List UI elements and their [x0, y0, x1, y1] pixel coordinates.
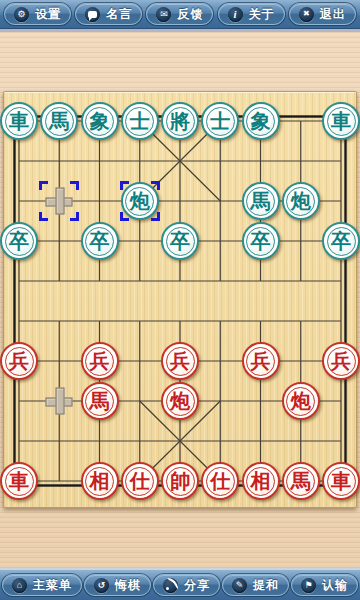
piece-black-soldier[interactable]: 卒: [0, 222, 38, 260]
piece-red-soldier[interactable]: 兵: [322, 342, 360, 380]
settings-label: 设置: [35, 6, 61, 23]
close-icon: ✖: [299, 7, 314, 22]
piece-black-general[interactable]: 將: [161, 102, 199, 140]
xiangqi-board[interactable]: 車馬象士將士象車炮馬炮卒卒卒卒卒兵兵兵兵兵馬炮炮車相仕帥仕相馬車: [3, 91, 357, 508]
about-label: 关于: [249, 6, 275, 23]
undo-icon: ↺: [94, 578, 109, 593]
main-menu-label: 主菜单: [33, 577, 72, 594]
piece-black-advisor[interactable]: 士: [121, 102, 159, 140]
piece-black-elephant[interactable]: 象: [81, 102, 119, 140]
board-grid: [4, 92, 358, 509]
exit-button[interactable]: ✖ 退出: [289, 3, 356, 25]
piece-red-soldier[interactable]: 兵: [242, 342, 280, 380]
top-toolbar: ⚙ 设置 名言 ✉ 反馈 i 关于 ✖ 退出: [0, 0, 360, 29]
feedback-button[interactable]: ✉ 反馈: [146, 3, 213, 25]
pencil-icon: ✎: [232, 578, 247, 593]
piece-red-elephant[interactable]: 相: [81, 462, 119, 500]
bottom-toolbar: ⌂ 主菜单 ↺ 悔棋 分享 ✎ 提和 ⚑ 认输: [0, 568, 360, 600]
piece-black-chariot[interactable]: 車: [322, 102, 360, 140]
table-background: 車馬象士將士象車炮馬炮卒卒卒卒卒兵兵兵兵兵馬炮炮車相仕帥仕相馬車: [0, 32, 360, 568]
piece-black-soldier[interactable]: 卒: [242, 222, 280, 260]
feedback-label: 反馈: [177, 6, 203, 23]
piece-black-advisor[interactable]: 士: [201, 102, 239, 140]
piece-black-soldier[interactable]: 卒: [81, 222, 119, 260]
piece-red-soldier[interactable]: 兵: [161, 342, 199, 380]
piece-black-cannon[interactable]: 炮: [121, 182, 159, 220]
piece-red-chariot[interactable]: 車: [0, 462, 38, 500]
offer-draw-button[interactable]: ✎ 提和: [222, 574, 289, 596]
piece-red-cannon[interactable]: 炮: [161, 382, 199, 420]
home-icon: ⌂: [12, 578, 27, 593]
share-button[interactable]: 分享: [153, 574, 220, 596]
piece-red-elephant[interactable]: 相: [242, 462, 280, 500]
undo-move-label: 悔棋: [115, 577, 141, 594]
share-label: 分享: [184, 577, 210, 594]
resign-button[interactable]: ⚑ 认输: [291, 574, 358, 596]
mail-icon: ✉: [156, 7, 171, 22]
exit-label: 退出: [320, 6, 346, 23]
piece-red-soldier[interactable]: 兵: [0, 342, 38, 380]
piece-red-soldier[interactable]: 兵: [81, 342, 119, 380]
quotes-button[interactable]: 名言: [75, 3, 142, 25]
piece-black-soldier[interactable]: 卒: [322, 222, 360, 260]
piece-black-horse[interactable]: 馬: [40, 102, 78, 140]
piece-black-cannon[interactable]: 炮: [282, 182, 320, 220]
settings-button[interactable]: ⚙ 设置: [4, 3, 71, 25]
flag-icon: ⚑: [301, 578, 316, 593]
piece-red-horse[interactable]: 馬: [282, 462, 320, 500]
piece-black-elephant[interactable]: 象: [242, 102, 280, 140]
piece-red-chariot[interactable]: 車: [322, 462, 360, 500]
about-button[interactable]: i 关于: [218, 3, 285, 25]
piece-black-chariot[interactable]: 車: [0, 102, 38, 140]
piece-red-horse[interactable]: 馬: [81, 382, 119, 420]
gear-icon: ⚙: [14, 7, 29, 22]
piece-red-cannon[interactable]: 炮: [282, 382, 320, 420]
undo-move-button[interactable]: ↺ 悔棋: [84, 574, 151, 596]
offer-draw-label: 提和: [253, 577, 279, 594]
piece-black-horse[interactable]: 馬: [242, 182, 280, 220]
main-menu-button[interactable]: ⌂ 主菜单: [2, 574, 82, 596]
piece-black-soldier[interactable]: 卒: [161, 222, 199, 260]
piece-red-advisor[interactable]: 仕: [201, 462, 239, 500]
resign-label: 认输: [322, 577, 348, 594]
speech-bubble-icon: [85, 7, 100, 22]
piece-red-general[interactable]: 帥: [161, 462, 199, 500]
piece-red-advisor[interactable]: 仕: [121, 462, 159, 500]
quotes-label: 名言: [106, 6, 132, 23]
share-icon: [163, 578, 178, 593]
info-icon: i: [228, 7, 243, 22]
